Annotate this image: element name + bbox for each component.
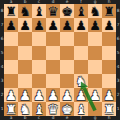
piece-white-rook-h1[interactable]: ♜	[102, 102, 116, 116]
square-a6[interactable]	[4, 32, 18, 46]
piece-white-pawn-b2[interactable]: ♟	[18, 88, 32, 102]
square-d6[interactable]	[46, 32, 60, 46]
piece-black-rook-a8[interactable]: ♜	[4, 4, 18, 18]
piece-white-bishop-f1[interactable]: ♝	[74, 102, 88, 116]
coord-right-5: 5	[116, 46, 120, 60]
piece-white-pawn-f2[interactable]: ♟	[74, 88, 88, 102]
square-b8[interactable]: ♞	[18, 4, 32, 18]
coord-right-1: 1	[116, 102, 120, 116]
coord-right-7: 7	[116, 18, 120, 32]
square-c3[interactable]	[32, 74, 46, 88]
square-g6[interactable]	[88, 32, 102, 46]
coord-right-3: 3	[116, 74, 120, 88]
piece-black-rook-h8[interactable]: ♜	[102, 4, 116, 18]
square-h1[interactable]: ♜	[102, 102, 116, 116]
piece-black-bishop-c8[interactable]: ♝	[32, 4, 46, 18]
square-f1[interactable]: ♝	[74, 102, 88, 116]
square-c8[interactable]: ♝	[32, 4, 46, 18]
square-e2[interactable]: ♟	[60, 88, 74, 102]
piece-black-queen-d8[interactable]: ♛	[46, 4, 60, 18]
square-h8[interactable]: ♜	[102, 4, 116, 18]
piece-white-knight-b1[interactable]: ♞	[18, 102, 32, 116]
piece-white-bishop-c1[interactable]: ♝	[32, 102, 46, 116]
piece-black-pawn-c7[interactable]: ♟	[32, 18, 46, 32]
square-h5[interactable]	[102, 46, 116, 60]
square-d4[interactable]	[46, 60, 60, 74]
square-d5[interactable]	[46, 46, 60, 60]
square-a3[interactable]	[4, 74, 18, 88]
piece-white-pawn-d2[interactable]: ♟	[46, 88, 60, 102]
square-e3[interactable]	[60, 74, 74, 88]
square-e6[interactable]	[60, 32, 74, 46]
square-g3[interactable]	[88, 74, 102, 88]
piece-black-pawn-b7[interactable]: ♟	[18, 18, 32, 32]
square-a4[interactable]	[4, 60, 18, 74]
square-f8[interactable]: ♝	[74, 4, 88, 18]
coord-right-8: 8	[116, 4, 120, 18]
square-a7[interactable]: ♟	[4, 18, 18, 32]
board-squares: ♜♞♝♛♚♝♞♜♟♟♟♟♟♟♟♟♞♟♟♟♟♟♟♟♟♜♞♝♛♚♝♜	[4, 4, 116, 116]
square-f3[interactable]: ♞	[74, 74, 88, 88]
coord-right-4: 4	[116, 60, 120, 74]
piece-white-pawn-e2[interactable]: ♟	[60, 88, 74, 102]
piece-white-queen-d1[interactable]: ♛	[46, 102, 60, 116]
square-d2[interactable]: ♟	[46, 88, 60, 102]
square-d3[interactable]	[46, 74, 60, 88]
square-b6[interactable]	[18, 32, 32, 46]
square-a8[interactable]: ♜	[4, 4, 18, 18]
piece-black-pawn-g7[interactable]: ♟	[88, 18, 102, 32]
square-e8[interactable]: ♚	[60, 4, 74, 18]
piece-black-bishop-f8[interactable]: ♝	[74, 4, 88, 18]
square-f7[interactable]: ♟	[74, 18, 88, 32]
square-b4[interactable]	[18, 60, 32, 74]
piece-white-king-e1[interactable]: ♚	[60, 102, 74, 116]
square-h3[interactable]	[102, 74, 116, 88]
square-h7[interactable]: ♟	[102, 18, 116, 32]
coord-right-6: 6	[116, 32, 120, 46]
square-b3[interactable]	[18, 74, 32, 88]
square-c4[interactable]	[32, 60, 46, 74]
square-h2[interactable]: ♟	[102, 88, 116, 102]
square-d7[interactable]: ♟	[46, 18, 60, 32]
square-c6[interactable]	[32, 32, 46, 46]
piece-white-pawn-a2[interactable]: ♟	[4, 88, 18, 102]
square-f2[interactable]: ♟	[74, 88, 88, 102]
square-c1[interactable]: ♝	[32, 102, 46, 116]
piece-black-pawn-h7[interactable]: ♟	[102, 18, 116, 32]
square-e1[interactable]: ♚	[60, 102, 74, 116]
square-c2[interactable]: ♟	[32, 88, 46, 102]
square-f4[interactable]	[74, 60, 88, 74]
square-d8[interactable]: ♛	[46, 4, 60, 18]
square-c5[interactable]	[32, 46, 46, 60]
piece-white-pawn-c2[interactable]: ♟	[32, 88, 46, 102]
square-b5[interactable]	[18, 46, 32, 60]
square-b2[interactable]: ♟	[18, 88, 32, 102]
piece-white-knight-f3[interactable]: ♞	[74, 74, 88, 88]
square-h6[interactable]	[102, 32, 116, 46]
chess-board: ♜♞♝♛♚♝♞♜♟♟♟♟♟♟♟♟♞♟♟♟♟♟♟♟♟♜♞♝♛♚♝♜ aabbccd…	[0, 0, 120, 120]
square-g5[interactable]	[88, 46, 102, 60]
piece-black-pawn-d7[interactable]: ♟	[46, 18, 60, 32]
square-g7[interactable]: ♟	[88, 18, 102, 32]
piece-black-pawn-a7[interactable]: ♟	[4, 18, 18, 32]
square-c7[interactable]: ♟	[32, 18, 46, 32]
piece-white-pawn-g2[interactable]: ♟	[88, 88, 102, 102]
square-e5[interactable]	[60, 46, 74, 60]
piece-black-knight-b8[interactable]: ♞	[18, 4, 32, 18]
square-g2[interactable]: ♟	[88, 88, 102, 102]
square-a2[interactable]: ♟	[4, 88, 18, 102]
piece-black-pawn-e7[interactable]: ♟	[60, 18, 74, 32]
square-b1[interactable]: ♞	[18, 102, 32, 116]
square-g8[interactable]: ♞	[88, 4, 102, 18]
piece-black-pawn-f7[interactable]: ♟	[74, 18, 88, 32]
piece-white-rook-a1[interactable]: ♜	[4, 102, 18, 116]
square-b7[interactable]: ♟	[18, 18, 32, 32]
square-h4[interactable]	[102, 60, 116, 74]
square-f5[interactable]	[74, 46, 88, 60]
square-g4[interactable]	[88, 60, 102, 74]
square-g1[interactable]	[88, 102, 102, 116]
square-a5[interactable]	[4, 46, 18, 60]
square-f6[interactable]	[74, 32, 88, 46]
piece-black-king-e8[interactable]: ♚	[60, 4, 74, 18]
square-e4[interactable]	[60, 60, 74, 74]
coord-bottom-g: g	[88, 116, 102, 120]
square-d1[interactable]: ♛	[46, 102, 60, 116]
square-e7[interactable]: ♟	[60, 18, 74, 32]
piece-black-knight-g8[interactable]: ♞	[88, 4, 102, 18]
coord-right-2: 2	[116, 88, 120, 102]
piece-white-pawn-h2[interactable]: ♟	[102, 88, 116, 102]
square-a1[interactable]: ♜	[4, 102, 18, 116]
